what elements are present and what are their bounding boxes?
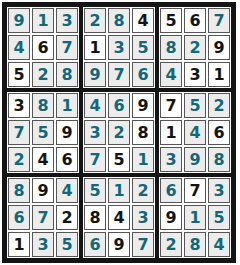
- cell-r1c4-solved[interactable]: 2: [84, 8, 106, 33]
- cell-r6c3-given[interactable]: 6: [56, 147, 78, 172]
- cell-r4c8-solved[interactable]: 5: [184, 93, 206, 118]
- cell-r9c7-solved[interactable]: 2: [160, 232, 182, 257]
- cell-r9c6-solved[interactable]: 7: [132, 232, 154, 257]
- cell-r4c9-solved[interactable]: 2: [208, 93, 230, 118]
- cell-r2c8-solved[interactable]: 2: [184, 35, 206, 60]
- box-7: 894672135: [5, 175, 81, 260]
- sudoku-board: 9134675282841359765678294313817592464693…: [2, 2, 236, 263]
- cell-r4c1-given[interactable]: 3: [8, 93, 30, 118]
- cell-r9c3-solved[interactable]: 5: [56, 232, 78, 257]
- cell-r7c2-given[interactable]: 9: [32, 178, 54, 203]
- cell-r3c7-solved[interactable]: 4: [160, 62, 182, 87]
- cell-r8c8-solved[interactable]: 1: [184, 205, 206, 230]
- cell-r6c4-solved[interactable]: 7: [84, 147, 106, 172]
- cell-r8c6-solved[interactable]: 3: [132, 205, 154, 230]
- cell-r8c3-given[interactable]: 2: [56, 205, 78, 230]
- cell-r1c5-solved[interactable]: 8: [108, 8, 130, 33]
- cell-r3c2-solved[interactable]: 2: [32, 62, 54, 87]
- cell-r9c2-solved[interactable]: 3: [32, 232, 54, 257]
- cell-r5c6-given[interactable]: 8: [132, 120, 154, 145]
- cell-r3c8-given[interactable]: 3: [184, 62, 206, 87]
- cell-r6c6-solved[interactable]: 1: [132, 147, 154, 172]
- cell-r9c1-given[interactable]: 1: [8, 232, 30, 257]
- cell-r5c8-solved[interactable]: 4: [184, 120, 206, 145]
- cell-r7c3-solved[interactable]: 4: [56, 178, 78, 203]
- cell-r2c6-solved[interactable]: 5: [132, 35, 154, 60]
- cell-r3c1-given[interactable]: 5: [8, 62, 30, 87]
- cell-r3c5-solved[interactable]: 7: [108, 62, 130, 87]
- cell-r7c4-solved[interactable]: 5: [84, 178, 106, 203]
- cell-r2c1-solved[interactable]: 4: [8, 35, 30, 60]
- cell-r1c9-solved[interactable]: 7: [208, 8, 230, 33]
- cell-r2c7-solved[interactable]: 8: [160, 35, 182, 60]
- cell-r7c7-solved[interactable]: 6: [160, 178, 182, 203]
- cell-r3c3-solved[interactable]: 8: [56, 62, 78, 87]
- cell-r5c1-solved[interactable]: 7: [8, 120, 30, 145]
- cell-r3c6-solved[interactable]: 6: [132, 62, 154, 87]
- cell-r7c1-solved[interactable]: 8: [8, 178, 30, 203]
- board-margin: 9134675282841359765678294313817592464693…: [0, 0, 240, 263]
- box-3: 567829431: [157, 5, 233, 90]
- cell-r8c1-solved[interactable]: 6: [8, 205, 30, 230]
- cell-r8c5-given[interactable]: 4: [108, 205, 130, 230]
- box-9: 673915284: [157, 175, 233, 260]
- cell-r4c2-solved[interactable]: 8: [32, 93, 54, 118]
- cell-r4c4-solved[interactable]: 4: [84, 93, 106, 118]
- cell-r8c2-solved[interactable]: 7: [32, 205, 54, 230]
- cell-r6c7-solved[interactable]: 3: [160, 147, 182, 172]
- cell-r5c2-solved[interactable]: 5: [32, 120, 54, 145]
- cell-r3c9-given[interactable]: 1: [208, 62, 230, 87]
- cell-r4c7-given[interactable]: 7: [160, 93, 182, 118]
- cell-r5c5-solved[interactable]: 2: [108, 120, 130, 145]
- cell-r5c4-solved[interactable]: 3: [84, 120, 106, 145]
- cell-r7c6-solved[interactable]: 2: [132, 178, 154, 203]
- cell-r2c3-solved[interactable]: 7: [56, 35, 78, 60]
- cell-r4c3-solved[interactable]: 1: [56, 93, 78, 118]
- box-6: 752146398: [157, 90, 233, 175]
- box-2: 284135976: [81, 5, 157, 90]
- cell-r8c7-given[interactable]: 9: [160, 205, 182, 230]
- cell-r2c2-given[interactable]: 6: [32, 35, 54, 60]
- cell-r1c7-given[interactable]: 5: [160, 8, 182, 33]
- cell-r1c8-given[interactable]: 6: [184, 8, 206, 33]
- cell-r2c9-given[interactable]: 9: [208, 35, 230, 60]
- cell-r6c1-solved[interactable]: 2: [8, 147, 30, 172]
- cell-r3c4-solved[interactable]: 9: [84, 62, 106, 87]
- cell-r9c9-solved[interactable]: 4: [208, 232, 230, 257]
- cell-r5c9-given[interactable]: 6: [208, 120, 230, 145]
- cell-r7c8-given[interactable]: 7: [184, 178, 206, 203]
- box-1: 913467528: [5, 5, 81, 90]
- cell-r9c5-given[interactable]: 9: [108, 232, 130, 257]
- cell-r8c4-given[interactable]: 8: [84, 205, 106, 230]
- box-5: 469328751: [81, 90, 157, 175]
- cell-r9c4-solved[interactable]: 6: [84, 232, 106, 257]
- cell-r8c9-solved[interactable]: 5: [208, 205, 230, 230]
- cell-r7c9-solved[interactable]: 3: [208, 178, 230, 203]
- cell-r6c8-solved[interactable]: 9: [184, 147, 206, 172]
- cell-r5c7-given[interactable]: 1: [160, 120, 182, 145]
- cell-r4c5-solved[interactable]: 6: [108, 93, 130, 118]
- cell-r6c5-given[interactable]: 5: [108, 147, 130, 172]
- cell-r9c8-solved[interactable]: 8: [184, 232, 206, 257]
- cell-r2c5-solved[interactable]: 3: [108, 35, 130, 60]
- cell-r2c4-given[interactable]: 1: [84, 35, 106, 60]
- box-4: 381759246: [5, 90, 81, 175]
- cell-r6c2-given[interactable]: 4: [32, 147, 54, 172]
- cell-r4c6-given[interactable]: 9: [132, 93, 154, 118]
- cell-r1c1-solved[interactable]: 9: [8, 8, 30, 33]
- cell-r5c3-given[interactable]: 9: [56, 120, 78, 145]
- box-8: 512843697: [81, 175, 157, 260]
- cell-r1c6-given[interactable]: 4: [132, 8, 154, 33]
- cell-r6c9-solved[interactable]: 8: [208, 147, 230, 172]
- cell-r1c2-solved[interactable]: 1: [32, 8, 54, 33]
- cell-r1c3-solved[interactable]: 3: [56, 8, 78, 33]
- cell-r7c5-solved[interactable]: 1: [108, 178, 130, 203]
